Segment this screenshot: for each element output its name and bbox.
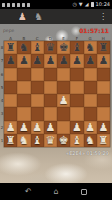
white-knight: ♞ xyxy=(85,134,95,147)
white-pawn: ♟ xyxy=(32,121,42,134)
android-nav-bar: ↶ ⌂ xyxy=(0,183,112,200)
square-e8[interactable]: ♚ xyxy=(57,41,70,54)
last-move-and-white-clock: «E2E4» 01:59:29 xyxy=(66,150,109,156)
black-clock: 01:57:11 xyxy=(79,27,109,34)
square-f1[interactable]: ♝ xyxy=(70,134,83,147)
black-rook: ♜ xyxy=(6,41,16,54)
recents-icon[interactable] xyxy=(81,189,87,195)
notification-5-icon xyxy=(22,3,25,7)
white-queen: ♛ xyxy=(45,134,55,147)
square-e3[interactable] xyxy=(57,107,70,120)
notification-1-icon xyxy=(2,3,5,7)
phone-screen: ◷ ▼ ◢ 10:24 ♟ ♞ ⋮ pepe 01:57:11 ABCDEFGH… xyxy=(0,0,112,200)
white-bishop: ♝ xyxy=(72,134,82,147)
status-time: 10:24 xyxy=(96,0,110,9)
game-area: pepe 01:57:11 ABCDEFGH 87654321 ♜♞♝♛♚♝♞♜… xyxy=(0,24,112,183)
square-c1[interactable]: ♝ xyxy=(31,134,44,147)
square-h4[interactable] xyxy=(97,94,110,107)
square-d7[interactable]: ♟ xyxy=(44,54,57,67)
black-rook: ♜ xyxy=(98,41,108,54)
square-h2[interactable]: ♟ xyxy=(97,121,110,134)
white-rook: ♜ xyxy=(6,134,16,147)
square-a5[interactable] xyxy=(4,81,17,94)
white-player-bar: «E2E4» 01:59:29 xyxy=(0,149,112,157)
white-pawn: ♟ xyxy=(19,121,29,134)
square-h8[interactable]: ♜ xyxy=(97,41,110,54)
square-g3[interactable] xyxy=(84,107,97,120)
black-pawn: ♟ xyxy=(45,54,55,67)
square-c7[interactable]: ♟ xyxy=(31,54,44,67)
square-b2[interactable]: ♟ xyxy=(17,121,30,134)
square-d5[interactable] xyxy=(44,81,57,94)
notification-2-icon xyxy=(7,3,10,7)
black-king: ♚ xyxy=(59,41,69,54)
square-a8[interactable]: ♜ xyxy=(4,41,17,54)
square-g2[interactable]: ♟ xyxy=(84,121,97,134)
black-bishop: ♝ xyxy=(32,41,42,54)
square-g1[interactable]: ♞ xyxy=(84,134,97,147)
square-e4[interactable]: ♟ xyxy=(57,94,70,107)
square-d3[interactable] xyxy=(44,107,57,120)
square-f6[interactable] xyxy=(70,68,83,81)
white-pawn: ♟ xyxy=(98,121,108,134)
square-g8[interactable]: ♞ xyxy=(84,41,97,54)
white-bishop: ♝ xyxy=(32,134,42,147)
black-player-bar: pepe 01:57:11 xyxy=(0,26,112,35)
home-icon[interactable]: ⌂ xyxy=(54,183,59,200)
black-queen: ♛ xyxy=(45,41,55,54)
notification-icons xyxy=(2,3,30,7)
black-knight: ♞ xyxy=(85,41,95,54)
app-toolbar: ♟ ♞ ⋮ xyxy=(0,9,112,24)
square-f7[interactable]: ♟ xyxy=(70,54,83,67)
square-c8[interactable]: ♝ xyxy=(31,41,44,54)
square-f2[interactable]: ♟ xyxy=(70,121,83,134)
square-d4[interactable] xyxy=(44,94,57,107)
black-pawn: ♟ xyxy=(19,54,29,67)
square-a2[interactable]: ♟ xyxy=(4,121,17,134)
status-bar: ◷ ▼ ◢ 10:24 xyxy=(0,0,112,9)
white-pawn: ♟ xyxy=(45,121,55,134)
square-e1[interactable]: ♚ xyxy=(57,134,70,147)
black-pawn: ♟ xyxy=(59,54,69,67)
gray-knight-icon[interactable]: ♞ xyxy=(34,9,43,24)
square-a3[interactable] xyxy=(4,107,17,120)
notification-3-icon xyxy=(12,3,15,7)
square-e6[interactable] xyxy=(57,68,70,81)
square-c3[interactable] xyxy=(31,107,44,120)
chess-board[interactable]: ♜♞♝♛♚♝♞♜♟♟♟♟♟♟♟♟♟♟♟♟♟♟♟♟♜♞♝♛♚♝♞♜ xyxy=(4,41,110,147)
white-rook: ♜ xyxy=(98,134,108,147)
square-g4[interactable] xyxy=(84,94,97,107)
black-knight: ♞ xyxy=(19,41,29,54)
square-c2[interactable]: ♟ xyxy=(31,121,44,134)
square-d1[interactable]: ♛ xyxy=(44,134,57,147)
square-b5[interactable] xyxy=(17,81,30,94)
square-b6[interactable] xyxy=(17,68,30,81)
black-player-name: pepe xyxy=(3,28,14,33)
square-c4[interactable] xyxy=(31,94,44,107)
square-f4[interactable] xyxy=(70,94,83,107)
white-pawn-icon[interactable]: ♟ xyxy=(18,9,27,24)
wifi-icon: ▼ xyxy=(79,0,83,9)
white-pawn: ♟ xyxy=(85,121,95,134)
square-e2[interactable] xyxy=(57,121,70,134)
square-g5[interactable] xyxy=(84,81,97,94)
black-pawn: ♟ xyxy=(98,54,108,67)
square-h7[interactable]: ♟ xyxy=(97,54,110,67)
white-pawn: ♟ xyxy=(59,94,69,107)
black-pawn: ♟ xyxy=(85,54,95,67)
square-e5[interactable] xyxy=(57,81,70,94)
black-bishop: ♝ xyxy=(72,41,82,54)
square-f8[interactable]: ♝ xyxy=(70,41,83,54)
back-icon[interactable]: ↶ xyxy=(25,183,32,200)
square-d2[interactable]: ♟ xyxy=(44,121,57,134)
square-a1[interactable]: ♜ xyxy=(4,134,17,147)
battery-icon xyxy=(91,2,94,7)
square-a4[interactable] xyxy=(4,94,17,107)
square-f3[interactable] xyxy=(70,107,83,120)
white-king: ♚ xyxy=(59,134,69,147)
square-d6[interactable] xyxy=(44,68,57,81)
white-pawn: ♟ xyxy=(6,121,16,134)
square-h1[interactable]: ♜ xyxy=(97,134,110,147)
square-b7[interactable]: ♟ xyxy=(17,54,30,67)
alarm-icon: ◷ xyxy=(72,0,76,9)
white-knight: ♞ xyxy=(19,134,29,147)
black-pawn: ♟ xyxy=(6,54,16,67)
square-h6[interactable] xyxy=(97,68,110,81)
square-a6[interactable] xyxy=(4,68,17,81)
square-g7[interactable]: ♟ xyxy=(84,54,97,67)
black-pawn: ♟ xyxy=(72,54,82,67)
square-b3[interactable] xyxy=(17,107,30,120)
notification-6-icon xyxy=(27,3,30,7)
square-a7[interactable]: ♟ xyxy=(4,54,17,67)
square-b8[interactable]: ♞ xyxy=(17,41,30,54)
black-pawn: ♟ xyxy=(32,54,42,67)
square-f5[interactable] xyxy=(70,81,83,94)
white-pawn: ♟ xyxy=(72,121,82,134)
signal-icon: ◢ xyxy=(85,0,89,9)
square-h5[interactable] xyxy=(97,81,110,94)
square-b1[interactable]: ♞ xyxy=(17,134,30,147)
square-e7[interactable]: ♟ xyxy=(57,54,70,67)
square-g6[interactable] xyxy=(84,68,97,81)
square-d8[interactable]: ♛ xyxy=(44,41,57,54)
square-c6[interactable] xyxy=(31,68,44,81)
overflow-menu-icon[interactable]: ⋮ xyxy=(98,9,108,24)
notification-4-icon xyxy=(17,3,20,7)
square-c5[interactable] xyxy=(31,81,44,94)
square-b4[interactable] xyxy=(17,94,30,107)
square-h3[interactable] xyxy=(97,107,110,120)
